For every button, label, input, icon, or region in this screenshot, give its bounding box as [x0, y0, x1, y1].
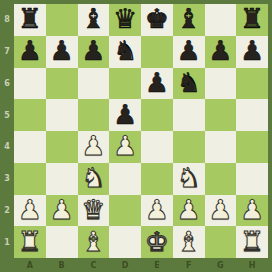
square-a7[interactable]: ♟ — [14, 36, 46, 68]
square-e8[interactable]: ♚ — [141, 4, 173, 36]
black-pawn-c7[interactable]: ♟ — [81, 37, 105, 64]
square-f4[interactable] — [173, 131, 205, 163]
square-f1[interactable]: ♝ — [173, 226, 205, 258]
file-label-e: E — [141, 258, 173, 272]
black-pawn-a7[interactable]: ♟ — [18, 37, 42, 64]
square-h4[interactable] — [236, 131, 268, 163]
square-b7[interactable]: ♟ — [46, 36, 78, 68]
square-a8[interactable]: ♜ — [14, 4, 46, 36]
file-labels: ABCDEFGH — [14, 258, 268, 272]
square-a4[interactable] — [14, 131, 46, 163]
square-e1[interactable]: ♚ — [141, 226, 173, 258]
square-g8[interactable] — [205, 4, 237, 36]
black-pawn-d5[interactable]: ♟ — [113, 101, 137, 128]
square-e3[interactable] — [141, 163, 173, 195]
square-f2[interactable]: ♟ — [173, 195, 205, 227]
square-h3[interactable] — [236, 163, 268, 195]
square-h7[interactable]: ♟ — [236, 36, 268, 68]
rank-label-2: 2 — [0, 195, 14, 227]
square-f5[interactable] — [173, 99, 205, 131]
white-pawn-a2[interactable]: ♟ — [18, 196, 42, 223]
square-a3[interactable] — [14, 163, 46, 195]
square-h1[interactable]: ♜ — [236, 226, 268, 258]
square-f6[interactable]: ♞ — [173, 68, 205, 100]
square-c4[interactable]: ♟ — [78, 131, 110, 163]
square-f8[interactable]: ♝ — [173, 4, 205, 36]
square-d2[interactable] — [109, 195, 141, 227]
square-g3[interactable] — [205, 163, 237, 195]
square-c5[interactable] — [78, 99, 110, 131]
square-b6[interactable] — [46, 68, 78, 100]
black-rook-h8[interactable]: ♜ — [240, 5, 264, 32]
square-h8[interactable]: ♜ — [236, 4, 268, 36]
rank-label-1: 1 — [0, 226, 14, 258]
white-pawn-d4[interactable]: ♟ — [113, 132, 137, 159]
rank-label-3: 3 — [0, 163, 14, 195]
white-rook-a1[interactable]: ♜ — [18, 228, 42, 255]
square-e5[interactable] — [141, 99, 173, 131]
square-e2[interactable]: ♟ — [141, 195, 173, 227]
black-knight-f6[interactable]: ♞ — [177, 69, 201, 96]
square-d1[interactable] — [109, 226, 141, 258]
square-c1[interactable]: ♝ — [78, 226, 110, 258]
square-b3[interactable] — [46, 163, 78, 195]
square-d5[interactable]: ♟ — [109, 99, 141, 131]
square-g7[interactable]: ♟ — [205, 36, 237, 68]
square-b1[interactable] — [46, 226, 78, 258]
black-king-e8[interactable]: ♚ — [145, 5, 169, 32]
square-e7[interactable] — [141, 36, 173, 68]
file-label-h: H — [236, 258, 268, 272]
rank-label-4: 4 — [0, 131, 14, 163]
black-knight-d7[interactable]: ♞ — [113, 37, 137, 64]
square-b2[interactable]: ♟ — [46, 195, 78, 227]
board-grid: ♜♝♛♚♝♜♟♟♟♞♟♟♟♟♞♟♟♟♞♞♟♟♛♟♟♟♟♜♝♚♝♜ — [14, 4, 268, 258]
black-bishop-f8[interactable]: ♝ — [177, 5, 201, 32]
square-g5[interactable] — [205, 99, 237, 131]
file-label-a: A — [14, 258, 46, 272]
square-d7[interactable]: ♞ — [109, 36, 141, 68]
white-pawn-f2[interactable]: ♟ — [177, 196, 201, 223]
square-h6[interactable] — [236, 68, 268, 100]
square-e6[interactable]: ♟ — [141, 68, 173, 100]
square-b8[interactable] — [46, 4, 78, 36]
square-h5[interactable] — [236, 99, 268, 131]
file-label-d: D — [109, 258, 141, 272]
square-a6[interactable] — [14, 68, 46, 100]
rank-label-8: 8 — [0, 4, 14, 36]
square-g6[interactable] — [205, 68, 237, 100]
square-c7[interactable]: ♟ — [78, 36, 110, 68]
square-a5[interactable] — [14, 99, 46, 131]
black-queen-d8[interactable]: ♛ — [113, 5, 137, 32]
square-f7[interactable]: ♟ — [173, 36, 205, 68]
square-d8[interactable]: ♛ — [109, 4, 141, 36]
white-pawn-g2[interactable]: ♟ — [208, 196, 232, 223]
black-pawn-b7[interactable]: ♟ — [50, 37, 74, 64]
white-pawn-c4[interactable]: ♟ — [81, 132, 105, 159]
chess-board: 87654321 ABCDEFGH ♜♝♛♚♝♜♟♟♟♞♟♟♟♟♞♟♟♟♞♞♟♟… — [0, 0, 272, 272]
square-a1[interactable]: ♜ — [14, 226, 46, 258]
file-label-g: G — [205, 258, 237, 272]
white-king-e1[interactable]: ♚ — [145, 228, 169, 255]
file-label-c: C — [78, 258, 110, 272]
white-pawn-h2[interactable]: ♟ — [240, 196, 264, 223]
square-c3[interactable]: ♞ — [78, 163, 110, 195]
white-pawn-b2[interactable]: ♟ — [50, 196, 74, 223]
white-bishop-f1[interactable]: ♝ — [177, 228, 201, 255]
file-label-f: F — [173, 258, 205, 272]
square-d4[interactable]: ♟ — [109, 131, 141, 163]
white-knight-f3[interactable]: ♞ — [177, 164, 201, 191]
square-g4[interactable] — [205, 131, 237, 163]
white-bishop-c1[interactable]: ♝ — [81, 228, 105, 255]
black-pawn-g7[interactable]: ♟ — [208, 37, 232, 64]
square-d6[interactable] — [109, 68, 141, 100]
black-rook-a8[interactable]: ♜ — [18, 5, 42, 32]
square-b5[interactable] — [46, 99, 78, 131]
square-g1[interactable] — [205, 226, 237, 258]
file-label-b: B — [46, 258, 78, 272]
square-e4[interactable] — [141, 131, 173, 163]
square-b4[interactable] — [46, 131, 78, 163]
black-bishop-c8[interactable]: ♝ — [81, 5, 105, 32]
square-c2[interactable]: ♛ — [78, 195, 110, 227]
white-pawn-e2[interactable]: ♟ — [145, 196, 169, 223]
black-pawn-h7[interactable]: ♟ — [240, 37, 264, 64]
white-rook-h1[interactable]: ♜ — [240, 228, 264, 255]
rank-label-7: 7 — [0, 36, 14, 68]
square-c8[interactable]: ♝ — [78, 4, 110, 36]
square-c6[interactable] — [78, 68, 110, 100]
black-pawn-e6[interactable]: ♟ — [145, 69, 169, 96]
rank-labels: 87654321 — [0, 4, 14, 258]
square-d3[interactable] — [109, 163, 141, 195]
square-h2[interactable]: ♟ — [236, 195, 268, 227]
square-a2[interactable]: ♟ — [14, 195, 46, 227]
black-pawn-f7[interactable]: ♟ — [177, 37, 201, 64]
square-g2[interactable]: ♟ — [205, 195, 237, 227]
rank-label-6: 6 — [0, 68, 14, 100]
white-queen-c2[interactable]: ♛ — [81, 196, 105, 223]
rank-label-5: 5 — [0, 99, 14, 131]
white-knight-c3[interactable]: ♞ — [81, 164, 105, 191]
square-f3[interactable]: ♞ — [173, 163, 205, 195]
